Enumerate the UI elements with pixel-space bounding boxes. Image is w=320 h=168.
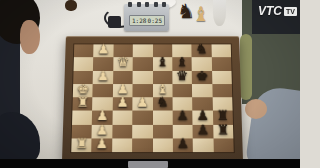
white-queen-piece[interactable]: ♛ bbox=[117, 56, 129, 69]
black-rook-piece[interactable]: ♜ bbox=[217, 123, 230, 137]
square-6-7[interactable]: ♜ bbox=[213, 124, 234, 138]
broadcaster-logo: VTC TV bbox=[258, 4, 297, 18]
black-bishop-piece[interactable]: ♝ bbox=[176, 56, 188, 69]
clock-plug bbox=[108, 16, 121, 28]
square-5-0[interactable] bbox=[72, 111, 92, 125]
square-6-3[interactable] bbox=[132, 124, 152, 138]
square-6-6[interactable]: ♟ bbox=[193, 124, 213, 138]
square-1-2[interactable]: ♛ bbox=[113, 57, 133, 70]
clock-buttons[interactable] bbox=[128, 2, 166, 7]
square-4-2[interactable]: ♟ bbox=[112, 97, 132, 111]
square-7-7[interactable] bbox=[213, 138, 234, 152]
square-7-1[interactable]: ♟ bbox=[92, 138, 113, 152]
square-2-6[interactable]: ♚ bbox=[192, 71, 212, 84]
bottom-caption-tag bbox=[128, 161, 168, 168]
square-1-0[interactable] bbox=[74, 57, 94, 70]
white-king-piece[interactable]: ♚ bbox=[77, 82, 90, 95]
square-3-6[interactable] bbox=[192, 84, 212, 97]
square-5-5[interactable]: ♟ bbox=[173, 111, 193, 125]
square-2-1[interactable]: ♟ bbox=[93, 71, 113, 84]
clock-display: 1:28 0:25 bbox=[129, 15, 165, 26]
square-0-1[interactable]: ♟ bbox=[94, 44, 114, 57]
black-pawn-piece[interactable]: ♟ bbox=[196, 109, 209, 122]
glass bbox=[213, 0, 226, 26]
square-7-4[interactable] bbox=[153, 138, 173, 152]
square-4-3[interactable]: ♟ bbox=[132, 97, 152, 111]
white-pawn-piece[interactable]: ♟ bbox=[96, 123, 109, 137]
square-1-7[interactable] bbox=[211, 57, 231, 70]
black-bishop-piece[interactable]: ♝ bbox=[156, 56, 168, 69]
white-pawn-piece[interactable]: ♟ bbox=[96, 109, 109, 122]
square-2-3[interactable] bbox=[133, 71, 153, 84]
white-pawn-piece[interactable]: ♟ bbox=[136, 95, 148, 108]
square-1-4[interactable]: ♝ bbox=[153, 57, 173, 70]
black-queen-piece[interactable]: ♛ bbox=[176, 69, 188, 82]
left-player-face bbox=[20, 20, 40, 54]
black-pawn-piece[interactable]: ♟ bbox=[176, 109, 189, 122]
black-knight-piece[interactable]: ♞ bbox=[156, 95, 168, 108]
square-0-3[interactable] bbox=[133, 44, 153, 57]
black-knight-piece[interactable]: ♞ bbox=[195, 43, 207, 56]
square-7-3[interactable] bbox=[132, 138, 152, 152]
white-pawn-piece[interactable]: ♟ bbox=[95, 136, 108, 150]
square-7-5[interactable]: ♟ bbox=[173, 138, 193, 152]
square-7-6[interactable] bbox=[193, 138, 214, 152]
black-rook-piece[interactable]: ♜ bbox=[216, 109, 229, 122]
clock-time-right: 0:25 bbox=[148, 17, 162, 24]
square-3-1[interactable] bbox=[93, 84, 113, 97]
captured-white-bishop-icon: ♝ bbox=[192, 4, 210, 24]
square-0-6[interactable]: ♞ bbox=[192, 44, 212, 57]
chess-board[interactable]: ♟♞♛♝♝♟♛♚♚♟♝♜♟♟♞♟♟♟♜♟♟♜♜♟♟ bbox=[62, 36, 243, 161]
right-player-jacket-strap bbox=[240, 34, 252, 100]
black-pawn-piece[interactable]: ♟ bbox=[177, 136, 190, 150]
captured-piece-blob bbox=[65, 0, 77, 11]
square-6-2[interactable] bbox=[112, 124, 132, 138]
square-5-4[interactable] bbox=[153, 111, 173, 125]
white-pawn-piece[interactable]: ♟ bbox=[97, 69, 109, 82]
white-bishop-piece[interactable]: ♝ bbox=[156, 82, 168, 95]
square-5-2[interactable] bbox=[112, 111, 132, 125]
vtc-logo-text: VTC bbox=[258, 4, 282, 18]
board-frame: ♟♞♛♝♝♟♛♚♚♟♝♜♟♟♞♟♟♟♜♟♟♜♜♟♟ bbox=[62, 36, 243, 161]
square-0-0[interactable] bbox=[74, 44, 94, 57]
white-rook-piece[interactable]: ♜ bbox=[76, 95, 89, 108]
square-6-4[interactable] bbox=[153, 124, 173, 138]
white-pawn-piece[interactable]: ♟ bbox=[116, 82, 128, 95]
square-3-5[interactable] bbox=[172, 84, 192, 97]
white-pawn-piece[interactable]: ♟ bbox=[116, 95, 128, 108]
square-5-3[interactable] bbox=[132, 111, 152, 125]
square-1-3[interactable] bbox=[133, 57, 153, 70]
square-2-5[interactable]: ♛ bbox=[172, 71, 192, 84]
right-player-hand bbox=[245, 99, 267, 119]
square-7-2[interactable] bbox=[112, 138, 132, 152]
square-0-7[interactable] bbox=[211, 44, 231, 57]
square-4-0[interactable]: ♜ bbox=[72, 97, 92, 111]
square-4-4[interactable]: ♞ bbox=[153, 97, 173, 111]
tv-badge: TV bbox=[284, 7, 297, 16]
white-pawn-piece[interactable]: ♟ bbox=[97, 43, 109, 56]
black-king-piece[interactable]: ♚ bbox=[196, 69, 208, 82]
square-3-7[interactable] bbox=[212, 84, 232, 97]
board-grid: ♟♞♛♝♝♟♛♚♚♟♝♜♟♟♞♟♟♟♜♟♟♜♜♟♟ bbox=[71, 44, 234, 152]
clock-time-left: 1:28 bbox=[132, 17, 146, 24]
square-7-0[interactable]: ♜ bbox=[71, 138, 92, 152]
black-pawn-piece[interactable]: ♟ bbox=[197, 123, 210, 137]
square-2-7[interactable] bbox=[212, 71, 232, 84]
white-rook-piece[interactable]: ♜ bbox=[75, 136, 88, 150]
